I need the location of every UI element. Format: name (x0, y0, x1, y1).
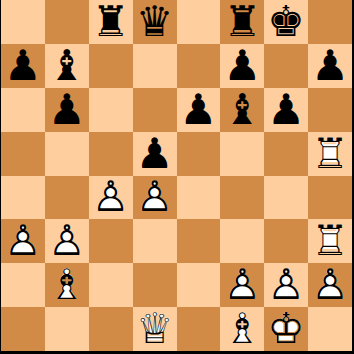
black-pawn-icon: ♟ (133, 132, 177, 176)
square-c3[interactable] (89, 219, 133, 263)
piece-white-pawn[interactable]: ♟♙ (89, 176, 133, 220)
square-h7[interactable]: ♟ (308, 44, 352, 88)
square-a5[interactable] (1, 132, 45, 176)
square-a7[interactable]: ♟ (1, 44, 45, 88)
piece-white-pawn[interactable]: ♟♙ (133, 176, 177, 220)
square-b7[interactable]: ♝ (45, 44, 89, 88)
square-g6[interactable]: ♟ (264, 88, 308, 132)
white-pawn-icon: ♙ (133, 176, 177, 220)
white-pawn-icon: ♙ (220, 263, 264, 307)
square-a3[interactable]: ♟♙ (1, 219, 45, 263)
piece-white-pawn[interactable]: ♟♙ (220, 263, 264, 307)
white-pawn-icon: ♙ (308, 263, 352, 307)
square-b6[interactable]: ♟ (45, 88, 89, 132)
piece-white-pawn[interactable]: ♟♙ (264, 263, 308, 307)
square-a4[interactable] (1, 176, 45, 220)
black-pawn-icon: ♟ (45, 88, 89, 132)
square-g7[interactable] (264, 44, 308, 88)
white-bishop-icon: ♗ (45, 263, 89, 307)
square-g4[interactable] (264, 176, 308, 220)
square-b8[interactable] (45, 0, 89, 44)
piece-black-pawn[interactable]: ♟ (177, 88, 221, 132)
piece-black-bishop[interactable]: ♝ (220, 88, 264, 132)
square-d2[interactable] (133, 263, 177, 307)
square-a8[interactable] (1, 0, 45, 44)
square-e1[interactable] (177, 307, 221, 351)
white-pawn-fill-icon: ♟ (89, 176, 133, 220)
piece-white-rook[interactable]: ♜♖ (308, 219, 352, 263)
white-queen-icon: ♕ (133, 307, 177, 351)
square-f1[interactable]: ♝♗ (220, 307, 264, 351)
square-f4[interactable] (220, 176, 264, 220)
square-b5[interactable] (45, 132, 89, 176)
square-b4[interactable] (45, 176, 89, 220)
piece-black-pawn[interactable]: ♟ (45, 88, 89, 132)
square-c2[interactable] (89, 263, 133, 307)
black-rook-icon: ♜ (220, 0, 264, 44)
piece-black-pawn[interactable]: ♟ (264, 88, 308, 132)
white-bishop-fill-icon: ♝ (220, 307, 264, 351)
white-pawn-fill-icon: ♟ (264, 263, 308, 307)
square-b2[interactable]: ♝♗ (45, 263, 89, 307)
square-d7[interactable] (133, 44, 177, 88)
black-king-icon: ♚ (264, 0, 308, 44)
square-f8[interactable]: ♜ (220, 0, 264, 44)
white-rook-fill-icon: ♜ (308, 132, 352, 176)
black-pawn-icon: ♟ (177, 88, 221, 132)
piece-black-pawn[interactable]: ♟ (308, 44, 352, 88)
square-h4[interactable] (308, 176, 352, 220)
piece-black-bishop[interactable]: ♝ (45, 44, 89, 88)
piece-black-pawn[interactable]: ♟ (220, 44, 264, 88)
piece-white-bishop[interactable]: ♝♗ (45, 263, 89, 307)
board-frame: ♜♛♜♚♟♝♟♟♟♟♝♟♟♜♖♟♙♟♙♟♙♟♙♜♖♝♗♟♙♟♙♟♙♛♕♝♗♚♔ (0, 0, 354, 354)
square-c8[interactable]: ♜ (89, 0, 133, 44)
square-e2[interactable] (177, 263, 221, 307)
white-pawn-icon: ♙ (89, 176, 133, 220)
square-d6[interactable] (133, 88, 177, 132)
chess-board: ♜♛♜♚♟♝♟♟♟♟♝♟♟♜♖♟♙♟♙♟♙♟♙♜♖♝♗♟♙♟♙♟♙♛♕♝♗♚♔ (1, 0, 352, 351)
white-pawn-fill-icon: ♟ (220, 263, 264, 307)
white-pawn-fill-icon: ♟ (1, 219, 45, 263)
white-king-icon: ♔ (264, 307, 308, 351)
white-pawn-fill-icon: ♟ (133, 176, 177, 220)
square-g3[interactable] (264, 219, 308, 263)
square-c7[interactable] (89, 44, 133, 88)
square-c1[interactable] (89, 307, 133, 351)
square-h5[interactable]: ♜♖ (308, 132, 352, 176)
black-pawn-icon: ♟ (1, 44, 45, 88)
square-f5[interactable] (220, 132, 264, 176)
square-b3[interactable]: ♟♙ (45, 219, 89, 263)
piece-black-queen[interactable]: ♛ (133, 0, 177, 44)
square-d5[interactable]: ♟ (133, 132, 177, 176)
square-e7[interactable] (177, 44, 221, 88)
piece-black-pawn[interactable]: ♟ (133, 132, 177, 176)
square-h1[interactable] (308, 307, 352, 351)
piece-white-pawn[interactable]: ♟♙ (1, 219, 45, 263)
square-e4[interactable] (177, 176, 221, 220)
square-g5[interactable] (264, 132, 308, 176)
white-queen-fill-icon: ♛ (133, 307, 177, 351)
square-d3[interactable] (133, 219, 177, 263)
white-bishop-fill-icon: ♝ (45, 263, 89, 307)
piece-white-pawn[interactable]: ♟♙ (45, 219, 89, 263)
square-f3[interactable] (220, 219, 264, 263)
white-rook-icon: ♖ (308, 219, 352, 263)
white-pawn-icon: ♙ (264, 263, 308, 307)
piece-white-bishop[interactable]: ♝♗ (220, 307, 264, 351)
square-g2[interactable]: ♟♙ (264, 263, 308, 307)
square-f2[interactable]: ♟♙ (220, 263, 264, 307)
square-a1[interactable] (1, 307, 45, 351)
piece-white-king[interactable]: ♚♔ (264, 307, 308, 351)
black-rook-icon: ♜ (89, 0, 133, 44)
white-king-fill-icon: ♚ (264, 307, 308, 351)
square-a6[interactable] (1, 88, 45, 132)
piece-black-king[interactable]: ♚ (264, 0, 308, 44)
piece-white-queen[interactable]: ♛♕ (133, 307, 177, 351)
black-bishop-icon: ♝ (220, 88, 264, 132)
square-e5[interactable] (177, 132, 221, 176)
square-f7[interactable]: ♟ (220, 44, 264, 88)
white-pawn-fill-icon: ♟ (45, 219, 89, 263)
black-queen-icon: ♛ (133, 0, 177, 44)
square-d8[interactable]: ♛ (133, 0, 177, 44)
piece-black-rook[interactable]: ♜ (89, 0, 133, 44)
black-pawn-icon: ♟ (308, 44, 352, 88)
square-c4[interactable]: ♟♙ (89, 176, 133, 220)
square-c6[interactable] (89, 88, 133, 132)
square-d1[interactable]: ♛♕ (133, 307, 177, 351)
square-e6[interactable]: ♟ (177, 88, 221, 132)
square-h8[interactable] (308, 0, 352, 44)
square-h6[interactable] (308, 88, 352, 132)
square-e3[interactable] (177, 219, 221, 263)
square-c5[interactable] (89, 132, 133, 176)
black-pawn-icon: ♟ (264, 88, 308, 132)
white-bishop-icon: ♗ (220, 307, 264, 351)
square-h3[interactable]: ♜♖ (308, 219, 352, 263)
white-pawn-icon: ♙ (45, 219, 89, 263)
black-pawn-icon: ♟ (220, 44, 264, 88)
square-e8[interactable] (177, 0, 221, 44)
square-a2[interactable] (1, 263, 45, 307)
white-pawn-icon: ♙ (1, 219, 45, 263)
square-f6[interactable]: ♝ (220, 88, 264, 132)
square-g8[interactable]: ♚ (264, 0, 308, 44)
square-h2[interactable]: ♟♙ (308, 263, 352, 307)
piece-white-rook[interactable]: ♜♖ (308, 132, 352, 176)
piece-black-rook[interactable]: ♜ (220, 0, 264, 44)
piece-black-pawn[interactable]: ♟ (1, 44, 45, 88)
black-bishop-icon: ♝ (45, 44, 89, 88)
piece-white-pawn[interactable]: ♟♙ (308, 263, 352, 307)
white-pawn-fill-icon: ♟ (308, 263, 352, 307)
square-d4[interactable]: ♟♙ (133, 176, 177, 220)
white-rook-icon: ♖ (308, 132, 352, 176)
square-g1[interactable]: ♚♔ (264, 307, 308, 351)
white-rook-fill-icon: ♜ (308, 219, 352, 263)
square-b1[interactable] (45, 307, 89, 351)
